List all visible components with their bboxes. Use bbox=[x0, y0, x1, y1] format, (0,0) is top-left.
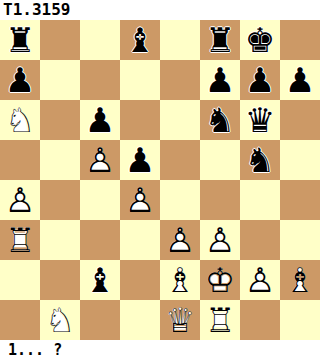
square-c4[interactable] bbox=[80, 180, 120, 220]
white-pawn: ♟♙ bbox=[80, 140, 120, 180]
square-e1[interactable]: ♛♕ bbox=[160, 300, 200, 340]
white-bishop-icon: ♗ bbox=[280, 260, 320, 300]
square-f3[interactable]: ♟♙ bbox=[200, 220, 240, 260]
square-g1[interactable] bbox=[240, 300, 280, 340]
square-g3[interactable] bbox=[240, 220, 280, 260]
square-h8[interactable] bbox=[280, 20, 320, 60]
white-pawn: ♟♙ bbox=[120, 180, 160, 220]
white-pawn: ♟♙ bbox=[160, 220, 200, 260]
white-bishop: ♝♗ bbox=[160, 260, 200, 300]
white-queen-icon: ♕ bbox=[160, 300, 200, 340]
square-c1[interactable] bbox=[80, 300, 120, 340]
black-queen-icon: ♛ bbox=[240, 100, 280, 140]
white-bishop: ♝♗ bbox=[280, 260, 320, 300]
black-knight-icon: ♞ bbox=[200, 100, 240, 140]
black-pawn-icon: ♟ bbox=[80, 100, 120, 140]
square-c7[interactable] bbox=[80, 60, 120, 100]
square-h6[interactable] bbox=[280, 100, 320, 140]
white-knight-icon: ♘ bbox=[40, 300, 80, 340]
square-d1[interactable] bbox=[120, 300, 160, 340]
square-c3[interactable] bbox=[80, 220, 120, 260]
square-b4[interactable] bbox=[40, 180, 80, 220]
black-pawn: ♟ bbox=[200, 60, 240, 100]
white-king-icon: ♔ bbox=[200, 260, 240, 300]
white-knight: ♞♘ bbox=[40, 300, 80, 340]
white-bishop-icon: ♗ bbox=[160, 260, 200, 300]
white-pawn-icon: ♙ bbox=[160, 220, 200, 260]
black-knight: ♞ bbox=[200, 100, 240, 140]
black-rook: ♜ bbox=[200, 20, 240, 60]
square-a3[interactable]: ♜♖ bbox=[0, 220, 40, 260]
square-b7[interactable] bbox=[40, 60, 80, 100]
square-c5[interactable]: ♟♙ bbox=[80, 140, 120, 180]
black-pawn-icon: ♟ bbox=[200, 60, 240, 100]
square-h2[interactable]: ♝♗ bbox=[280, 260, 320, 300]
white-knight: ♞♘ bbox=[0, 100, 40, 140]
square-b5[interactable] bbox=[40, 140, 80, 180]
square-h5[interactable] bbox=[280, 140, 320, 180]
square-f4[interactable] bbox=[200, 180, 240, 220]
square-e8[interactable] bbox=[160, 20, 200, 60]
black-pawn-icon: ♟ bbox=[120, 140, 160, 180]
white-pawn-icon: ♙ bbox=[80, 140, 120, 180]
square-e7[interactable] bbox=[160, 60, 200, 100]
square-e2[interactable]: ♝♗ bbox=[160, 260, 200, 300]
square-h3[interactable] bbox=[280, 220, 320, 260]
puzzle-title: T1.3159 bbox=[0, 0, 320, 20]
square-g4[interactable] bbox=[240, 180, 280, 220]
square-e4[interactable] bbox=[160, 180, 200, 220]
square-h4[interactable] bbox=[280, 180, 320, 220]
square-d4[interactable]: ♟♙ bbox=[120, 180, 160, 220]
black-queen: ♛ bbox=[240, 100, 280, 140]
square-f1[interactable]: ♜♖ bbox=[200, 300, 240, 340]
black-pawn-icon: ♟ bbox=[0, 60, 40, 100]
black-bishop-icon: ♝ bbox=[120, 20, 160, 60]
white-knight-icon: ♘ bbox=[0, 100, 40, 140]
square-h1[interactable] bbox=[280, 300, 320, 340]
white-pawn-icon: ♙ bbox=[120, 180, 160, 220]
square-g2[interactable]: ♟♙ bbox=[240, 260, 280, 300]
square-b8[interactable] bbox=[40, 20, 80, 60]
black-pawn: ♟ bbox=[0, 60, 40, 100]
white-pawn: ♟♙ bbox=[240, 260, 280, 300]
square-b3[interactable] bbox=[40, 220, 80, 260]
white-rook-icon: ♖ bbox=[200, 300, 240, 340]
white-rook: ♜♖ bbox=[200, 300, 240, 340]
square-b1[interactable]: ♞♘ bbox=[40, 300, 80, 340]
square-d6[interactable] bbox=[120, 100, 160, 140]
square-d2[interactable] bbox=[120, 260, 160, 300]
square-f7[interactable]: ♟ bbox=[200, 60, 240, 100]
black-pawn: ♟ bbox=[240, 60, 280, 100]
square-a5[interactable] bbox=[0, 140, 40, 180]
black-rook: ♜ bbox=[0, 20, 40, 60]
square-a4[interactable]: ♟♙ bbox=[0, 180, 40, 220]
square-g5[interactable]: ♞ bbox=[240, 140, 280, 180]
black-pawn-icon: ♟ bbox=[240, 60, 280, 100]
square-c6[interactable]: ♟ bbox=[80, 100, 120, 140]
square-e6[interactable] bbox=[160, 100, 200, 140]
white-pawn: ♟♙ bbox=[200, 220, 240, 260]
white-pawn-icon: ♙ bbox=[200, 220, 240, 260]
black-pawn-icon: ♟ bbox=[280, 60, 320, 100]
square-h7[interactable]: ♟ bbox=[280, 60, 320, 100]
square-c8[interactable] bbox=[80, 20, 120, 60]
square-a8[interactable]: ♜ bbox=[0, 20, 40, 60]
square-g6[interactable]: ♛ bbox=[240, 100, 280, 140]
black-bishop: ♝ bbox=[120, 20, 160, 60]
chess-board: ♜♝♜♚♟♟♟♟♞♘♟♞♛♟♙♟♞♟♙♟♙♜♖♟♙♟♙♝♝♗♚♔♟♙♝♗♞♘♛♕… bbox=[0, 20, 320, 340]
square-g7[interactable]: ♟ bbox=[240, 60, 280, 100]
white-king: ♚♔ bbox=[200, 260, 240, 300]
black-rook-icon: ♜ bbox=[200, 20, 240, 60]
square-a7[interactable]: ♟ bbox=[0, 60, 40, 100]
square-g8[interactable]: ♚ bbox=[240, 20, 280, 60]
move-prompt: 1... ? bbox=[0, 340, 320, 360]
white-pawn-icon: ♙ bbox=[0, 180, 40, 220]
white-rook: ♜♖ bbox=[0, 220, 40, 260]
square-a2[interactable] bbox=[0, 260, 40, 300]
black-pawn: ♟ bbox=[80, 100, 120, 140]
square-c2[interactable]: ♝ bbox=[80, 260, 120, 300]
black-king: ♚ bbox=[240, 20, 280, 60]
square-d8[interactable]: ♝ bbox=[120, 20, 160, 60]
square-f2[interactable]: ♚♔ bbox=[200, 260, 240, 300]
black-bishop-icon: ♝ bbox=[80, 260, 120, 300]
black-rook-icon: ♜ bbox=[0, 20, 40, 60]
white-pawn: ♟♙ bbox=[0, 180, 40, 220]
square-a1[interactable] bbox=[0, 300, 40, 340]
black-king-icon: ♚ bbox=[240, 20, 280, 60]
square-b2[interactable] bbox=[40, 260, 80, 300]
black-knight-icon: ♞ bbox=[240, 140, 280, 180]
white-rook-icon: ♖ bbox=[0, 220, 40, 260]
black-pawn: ♟ bbox=[120, 140, 160, 180]
white-queen: ♛♕ bbox=[160, 300, 200, 340]
square-b6[interactable] bbox=[40, 100, 80, 140]
square-e3[interactable]: ♟♙ bbox=[160, 220, 200, 260]
chess-puzzle-window: T1.3159 ♜♝♜♚♟♟♟♟♞♘♟♞♛♟♙♟♞♟♙♟♙♜♖♟♙♟♙♝♝♗♚♔… bbox=[0, 0, 320, 360]
white-pawn-icon: ♙ bbox=[240, 260, 280, 300]
square-f8[interactable]: ♜ bbox=[200, 20, 240, 60]
black-pawn: ♟ bbox=[280, 60, 320, 100]
square-f6[interactable]: ♞ bbox=[200, 100, 240, 140]
square-f5[interactable] bbox=[200, 140, 240, 180]
square-d3[interactable] bbox=[120, 220, 160, 260]
square-e5[interactable] bbox=[160, 140, 200, 180]
square-d7[interactable] bbox=[120, 60, 160, 100]
square-a6[interactable]: ♞♘ bbox=[0, 100, 40, 140]
black-knight: ♞ bbox=[240, 140, 280, 180]
square-d5[interactable]: ♟ bbox=[120, 140, 160, 180]
black-bishop: ♝ bbox=[80, 260, 120, 300]
